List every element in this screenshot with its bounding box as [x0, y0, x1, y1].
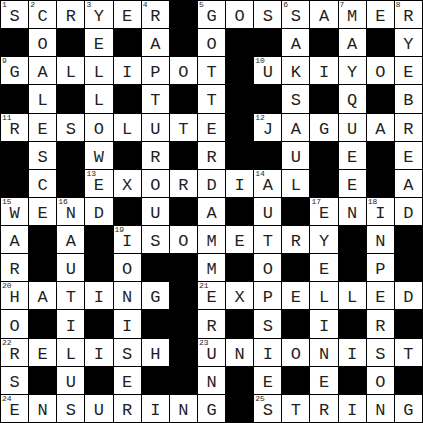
cell-letter: R	[122, 402, 132, 419]
cell-r0c9[interactable]: S	[254, 1, 281, 28]
cell-letter: U	[150, 121, 160, 138]
cell-r12c3[interactable]: I	[85, 339, 112, 366]
cell-r12c2[interactable]: L	[57, 339, 84, 366]
cell-r8c4[interactable]: 19I	[114, 226, 141, 253]
cell-letter: M	[206, 261, 216, 278]
cell-r6c1[interactable]: C	[29, 170, 56, 197]
clue-number: 7	[340, 1, 345, 10]
cell-r12c8[interactable]: N	[226, 339, 253, 366]
cell-r4c0[interactable]: 11R	[1, 114, 28, 141]
cell-letter: E	[235, 233, 245, 250]
cell-r7c1[interactable]: E	[29, 198, 56, 225]
cell-r4c14[interactable]: R	[395, 114, 422, 141]
cell-letter: N	[319, 346, 329, 363]
cell-r14c5[interactable]: I	[142, 395, 169, 422]
cell-r14c2[interactable]: S	[57, 395, 84, 422]
cell-r11c7[interactable]: R	[198, 310, 225, 337]
cell-r9c13[interactable]: P	[367, 254, 394, 281]
block-r13c3	[85, 367, 112, 394]
cell-letter: S	[9, 8, 19, 25]
cell-r4c3[interactable]: O	[85, 114, 112, 141]
cell-letter: I	[66, 318, 76, 335]
cell-r7c12[interactable]: N	[339, 198, 366, 225]
cell-letter: G	[319, 121, 329, 138]
cell-r0c5[interactable]: 4R	[142, 1, 169, 28]
cell-r8c2[interactable]: A	[57, 226, 84, 253]
cell-r8c8[interactable]: E	[226, 226, 253, 253]
cell-r8c5[interactable]: S	[142, 226, 169, 253]
cell-letter: I	[319, 64, 329, 81]
cell-letter: O	[375, 374, 385, 391]
block-r9c10	[282, 254, 309, 281]
cell-letter: G	[9, 64, 19, 81]
cell-r14c9[interactable]: 25S	[254, 395, 281, 422]
cell-r5c12[interactable]: E	[339, 142, 366, 169]
cell-letter: T	[66, 289, 76, 306]
block-r6c13	[367, 170, 394, 197]
cell-r6c5[interactable]: O	[142, 170, 169, 197]
cell-r12c11[interactable]: N	[310, 339, 337, 366]
cell-letter: S	[66, 402, 76, 419]
cell-r10c10[interactable]: E	[282, 282, 309, 309]
cell-r10c1[interactable]: A	[29, 282, 56, 309]
cell-r8c13[interactable]: N	[367, 226, 394, 253]
cell-r10c12[interactable]: L	[339, 282, 366, 309]
cell-letter: R	[403, 121, 413, 138]
cell-r14c7[interactable]: G	[198, 395, 225, 422]
block-r3c0	[1, 85, 28, 112]
cell-letter: R	[9, 121, 19, 138]
cell-r10c7[interactable]: 21E	[198, 282, 225, 309]
cell-r2c14[interactable]: E	[395, 57, 422, 84]
cell-r12c14[interactable]: T	[395, 339, 422, 366]
block-r9c6	[170, 254, 197, 281]
cell-r1c10[interactable]: A	[282, 29, 309, 56]
cell-r10c14[interactable]: D	[395, 282, 422, 309]
cell-letter: O	[178, 64, 188, 81]
cell-r11c2[interactable]: I	[57, 310, 84, 337]
cell-r12c10[interactable]: O	[282, 339, 309, 366]
cell-r1c12[interactable]: A	[339, 29, 366, 56]
block-r7c8	[226, 198, 253, 225]
block-r9c8	[226, 254, 253, 281]
cell-r10c4[interactable]: N	[114, 282, 141, 309]
cell-letter: E	[122, 374, 132, 391]
cell-r3c1[interactable]: L	[29, 85, 56, 112]
cell-letter: L	[347, 289, 357, 306]
cell-r11c0[interactable]: O	[1, 310, 28, 337]
cell-r4c1[interactable]: E	[29, 114, 56, 141]
cell-r2c12[interactable]: Y	[339, 57, 366, 84]
cell-r9c2[interactable]: U	[57, 254, 84, 281]
cell-r9c4[interactable]: O	[114, 254, 141, 281]
cell-r11c13[interactable]: R	[367, 310, 394, 337]
block-r11c12	[339, 310, 366, 337]
cell-letter: S	[263, 8, 273, 25]
block-r3c13	[367, 85, 394, 112]
cell-r0c8[interactable]: O	[226, 1, 253, 28]
block-r13c6	[170, 367, 197, 394]
cell-letter: S	[291, 92, 301, 109]
cell-letter: X	[122, 177, 132, 194]
cell-letter: N	[38, 402, 48, 419]
cell-letter: I	[347, 402, 357, 419]
cell-letter: R	[9, 261, 19, 278]
cell-r4c4[interactable]: L	[114, 114, 141, 141]
block-r7c10	[282, 198, 309, 225]
cell-letter: D	[206, 177, 216, 194]
cell-letter: S	[66, 121, 76, 138]
cell-letter: X	[235, 289, 245, 306]
cell-r10c11[interactable]: L	[310, 282, 337, 309]
cell-letter: E	[122, 8, 132, 25]
cell-r10c3[interactable]: I	[85, 282, 112, 309]
cell-r8c11[interactable]: Y	[310, 226, 337, 253]
cell-r4c10[interactable]: A	[282, 114, 309, 141]
block-r8c14	[395, 226, 422, 253]
cell-r6c10[interactable]: L	[282, 170, 309, 197]
cell-r6c8[interactable]: I	[226, 170, 253, 197]
block-r5c0	[1, 142, 28, 169]
block-r7c6	[170, 198, 197, 225]
cell-r3c14[interactable]: B	[395, 85, 422, 112]
cell-letter: N	[122, 289, 132, 306]
cell-letter: E	[38, 346, 48, 363]
cell-letter: U	[94, 402, 104, 419]
cell-r12c5[interactable]: H	[142, 339, 169, 366]
block-r1c11	[310, 29, 337, 56]
cell-r0c7[interactable]: 5G	[198, 1, 225, 28]
cell-letter: A	[150, 36, 160, 53]
cell-letter: N	[235, 346, 245, 363]
cell-r14c11[interactable]: R	[310, 395, 337, 422]
cell-letter: I	[375, 205, 385, 222]
cell-r13c7[interactable]: N	[198, 367, 225, 394]
cell-r10c13[interactable]: E	[367, 282, 394, 309]
cell-r13c11[interactable]: E	[310, 367, 337, 394]
cell-letter: E	[38, 205, 48, 222]
cell-r0c3[interactable]: 3Y	[85, 1, 112, 28]
cell-letter: R	[375, 318, 385, 335]
block-r3c11	[310, 85, 337, 112]
block-r6c2	[57, 170, 84, 197]
cell-r0c0[interactable]: 1S	[1, 1, 28, 28]
cell-letter: T	[403, 346, 413, 363]
cell-r7c9[interactable]: U	[254, 198, 281, 225]
block-r3c2	[57, 85, 84, 112]
cell-r14c4[interactable]: R	[114, 395, 141, 422]
cell-letter: I	[235, 177, 245, 194]
cell-r1c3[interactable]: E	[85, 29, 112, 56]
block-r11c5	[142, 310, 169, 337]
cell-r12c7[interactable]: 23U	[198, 339, 225, 366]
cell-r6c9[interactable]: 14A	[254, 170, 281, 197]
block-r13c1	[29, 367, 56, 394]
cell-r9c7[interactable]: M	[198, 254, 225, 281]
cell-letter: D	[403, 205, 413, 222]
cell-letter: I	[122, 318, 132, 335]
cell-r10c2[interactable]: T	[57, 282, 84, 309]
cell-r12c12[interactable]: I	[339, 339, 366, 366]
clue-number: 1	[2, 1, 7, 10]
cell-letter: I	[319, 318, 329, 335]
cell-r6c3[interactable]: 13E	[85, 170, 112, 197]
cell-letter: A	[291, 36, 301, 53]
cell-letter: S	[122, 346, 132, 363]
cell-r10c0[interactable]: 20H	[1, 282, 28, 309]
cell-letter: P	[150, 64, 160, 81]
block-r9c5	[142, 254, 169, 281]
cell-letter: R	[319, 402, 329, 419]
block-r5c11	[310, 142, 337, 169]
cell-r2c2[interactable]: L	[57, 57, 84, 84]
cell-r2c7[interactable]: T	[198, 57, 225, 84]
cell-r7c11[interactable]: 17E	[310, 198, 337, 225]
clue-number: 8	[396, 1, 401, 10]
clue-number: 3	[86, 1, 91, 10]
cell-letter: Y	[347, 64, 357, 81]
cell-letter: S	[375, 346, 385, 363]
cell-r4c5[interactable]: U	[142, 114, 169, 141]
cell-r0c2[interactable]: R	[57, 1, 84, 28]
cell-letter: Y	[319, 233, 329, 250]
cell-r8c10[interactable]: R	[282, 226, 309, 253]
cell-r14c14[interactable]: G	[395, 395, 422, 422]
cell-r5c3[interactable]: W	[85, 142, 112, 169]
cell-letter: G	[403, 402, 413, 419]
cell-r0c12[interactable]: 7M	[339, 1, 366, 28]
cell-r8c7[interactable]: M	[198, 226, 225, 253]
cell-r0c1[interactable]: 2C	[29, 1, 56, 28]
cell-r7c13[interactable]: 18I	[367, 198, 394, 225]
cell-letter: A	[263, 177, 273, 194]
cell-r8c6[interactable]: O	[170, 226, 197, 253]
cell-r13c13[interactable]: O	[367, 367, 394, 394]
cell-letter: E	[94, 177, 104, 194]
cell-r3c5[interactable]: T	[142, 85, 169, 112]
cell-r6c4[interactable]: X	[114, 170, 141, 197]
cell-r9c9[interactable]: O	[254, 254, 281, 281]
cell-letter: L	[94, 64, 104, 81]
cell-r2c11[interactable]: I	[310, 57, 337, 84]
cell-r6c14[interactable]: A	[395, 170, 422, 197]
cell-r2c6[interactable]: O	[170, 57, 197, 84]
cell-r7c2[interactable]: 16N	[57, 198, 84, 225]
cell-letter: L	[38, 92, 48, 109]
cell-letter: J	[263, 121, 273, 138]
cell-letter: E	[347, 149, 357, 166]
cell-letter: O	[291, 346, 301, 363]
cell-r7c5[interactable]: U	[142, 198, 169, 225]
cell-letter: O	[94, 121, 104, 138]
cell-letter: O	[235, 8, 245, 25]
cell-r13c4[interactable]: E	[114, 367, 141, 394]
clue-number: 4	[143, 1, 148, 10]
cell-letter: L	[66, 64, 76, 81]
cell-letter: I	[347, 346, 357, 363]
block-r5c8	[226, 142, 253, 169]
cell-r0c14[interactable]: 8R	[395, 1, 422, 28]
cell-r12c0[interactable]: 22R	[1, 339, 28, 366]
clue-number: 2	[30, 1, 35, 10]
block-r5c9	[254, 142, 281, 169]
cell-r6c6[interactable]: R	[170, 170, 197, 197]
cell-r1c1[interactable]: O	[29, 29, 56, 56]
cell-r4c9[interactable]: 12J	[254, 114, 281, 141]
cell-letter: R	[178, 177, 188, 194]
cell-letter: S	[9, 374, 19, 391]
block-r11c6	[170, 310, 197, 337]
cell-letter: E	[375, 289, 385, 306]
cell-letter: A	[375, 121, 385, 138]
cell-r7c3[interactable]: D	[85, 198, 112, 225]
cell-letter: K	[291, 64, 301, 81]
cell-r3c3[interactable]: L	[85, 85, 112, 112]
cell-letter: A	[38, 289, 48, 306]
cell-r4c6[interactable]: T	[170, 114, 197, 141]
cell-r6c7[interactable]: D	[198, 170, 225, 197]
cell-r14c10[interactable]: T	[282, 395, 309, 422]
cell-letter: R	[9, 346, 19, 363]
cell-r12c13[interactable]: S	[367, 339, 394, 366]
cell-r4c13[interactable]: A	[367, 114, 394, 141]
cell-r7c14[interactable]: D	[395, 198, 422, 225]
cell-r0c11[interactable]: A	[310, 1, 337, 28]
cell-letter: A	[38, 64, 48, 81]
cell-letter: T	[206, 92, 216, 109]
block-r5c2	[57, 142, 84, 169]
cell-r2c1[interactable]: A	[29, 57, 56, 84]
cell-letter: P	[263, 289, 273, 306]
cell-r14c1[interactable]: N	[29, 395, 56, 422]
cell-letter: D	[94, 205, 104, 222]
cell-r11c4[interactable]: I	[114, 310, 141, 337]
cell-r14c0[interactable]: 24E	[1, 395, 28, 422]
cell-r14c6[interactable]: N	[170, 395, 197, 422]
cell-letter: C	[38, 177, 48, 194]
cell-r2c10[interactable]: K	[282, 57, 309, 84]
cell-r3c12[interactable]: Q	[339, 85, 366, 112]
cell-r13c0[interactable]: S	[1, 367, 28, 394]
cell-letter: U	[206, 346, 216, 363]
cell-r3c10[interactable]: S	[282, 85, 309, 112]
cell-r10c9[interactable]: P	[254, 282, 281, 309]
cell-r7c7[interactable]: A	[198, 198, 225, 225]
cell-letter: T	[263, 233, 273, 250]
cell-r6c12[interactable]: E	[339, 170, 366, 197]
cell-letter: T	[291, 402, 301, 419]
block-r9c3	[85, 254, 112, 281]
cell-letter: W	[9, 205, 19, 222]
block-r8c12	[339, 226, 366, 253]
cell-r5c7[interactable]: R	[198, 142, 225, 169]
block-r10c6	[170, 282, 197, 309]
cell-letter: L	[122, 121, 132, 138]
cell-r2c9[interactable]: 10U	[254, 57, 281, 84]
cell-r5c10[interactable]: U	[282, 142, 309, 169]
cell-letter: A	[206, 205, 216, 222]
cell-letter: R	[291, 233, 301, 250]
cell-letter: I	[122, 64, 132, 81]
cell-r11c11[interactable]: I	[310, 310, 337, 337]
cell-letter: D	[403, 289, 413, 306]
cell-r2c0[interactable]: 9G	[1, 57, 28, 84]
cell-letter: E	[9, 402, 19, 419]
cell-r2c3[interactable]: L	[85, 57, 112, 84]
cell-r2c4[interactable]: I	[114, 57, 141, 84]
cell-letter: Y	[94, 8, 104, 25]
cell-r5c14[interactable]: E	[395, 142, 422, 169]
cell-letter: W	[94, 149, 104, 166]
cell-letter: A	[291, 121, 301, 138]
cell-r4c11[interactable]: G	[310, 114, 337, 141]
cell-letter: R	[150, 8, 160, 25]
cell-r12c4[interactable]: S	[114, 339, 141, 366]
cell-r7c0[interactable]: 15W	[1, 198, 28, 225]
cell-letter: N	[375, 402, 385, 419]
cell-r1c7[interactable]: O	[198, 29, 225, 56]
cell-r13c9[interactable]: E	[254, 367, 281, 394]
cell-r14c3[interactable]: U	[85, 395, 112, 422]
cell-r4c2[interactable]: S	[57, 114, 84, 141]
cell-r10c5[interactable]: G	[142, 282, 169, 309]
cell-letter: I	[94, 289, 104, 306]
cell-r1c14[interactable]: Y	[395, 29, 422, 56]
cell-r8c9[interactable]: T	[254, 226, 281, 253]
cell-r4c12[interactable]: U	[339, 114, 366, 141]
cell-r12c1[interactable]: E	[29, 339, 56, 366]
cell-r13c2[interactable]: U	[57, 367, 84, 394]
block-r13c10	[282, 367, 309, 394]
cell-r0c10[interactable]: 6S	[282, 1, 309, 28]
cell-r8c0[interactable]: A	[1, 226, 28, 253]
cell-letter: E	[347, 177, 357, 194]
cell-r4c7[interactable]: E	[198, 114, 225, 141]
cell-r11c9[interactable]: S	[254, 310, 281, 337]
cell-letter: S	[38, 149, 48, 166]
cell-r12c9[interactable]: I	[254, 339, 281, 366]
cell-letter: H	[9, 289, 19, 306]
cell-letter: H	[150, 346, 160, 363]
block-r12c6	[170, 339, 197, 366]
cell-letter: T	[150, 92, 160, 109]
cell-r9c0[interactable]: R	[1, 254, 28, 281]
cell-r5c1[interactable]: S	[29, 142, 56, 169]
cell-r0c13[interactable]: E	[367, 1, 394, 28]
cell-r3c7[interactable]: T	[198, 85, 225, 112]
cell-r5c5[interactable]: R	[142, 142, 169, 169]
block-r5c6	[170, 142, 197, 169]
cell-r2c13[interactable]: O	[367, 57, 394, 84]
cell-r14c13[interactable]: N	[367, 395, 394, 422]
cell-r1c5[interactable]: A	[142, 29, 169, 56]
cell-letter: L	[94, 92, 104, 109]
cell-r0c4[interactable]: E	[114, 1, 141, 28]
cell-r9c11[interactable]: E	[310, 254, 337, 281]
clue-number: 9	[2, 57, 7, 66]
cell-letter: E	[403, 64, 413, 81]
block-r2c8	[226, 57, 253, 84]
cell-letter: G	[206, 8, 216, 25]
cell-r14c12[interactable]: I	[339, 395, 366, 422]
block-r8c1	[29, 226, 56, 253]
cell-letter: I	[263, 346, 273, 363]
block-r9c1	[29, 254, 56, 281]
cell-r10c8[interactable]: X	[226, 282, 253, 309]
cell-r2c5[interactable]: P	[142, 57, 169, 84]
block-r3c8	[226, 85, 253, 112]
cell-letter: M	[347, 8, 357, 25]
